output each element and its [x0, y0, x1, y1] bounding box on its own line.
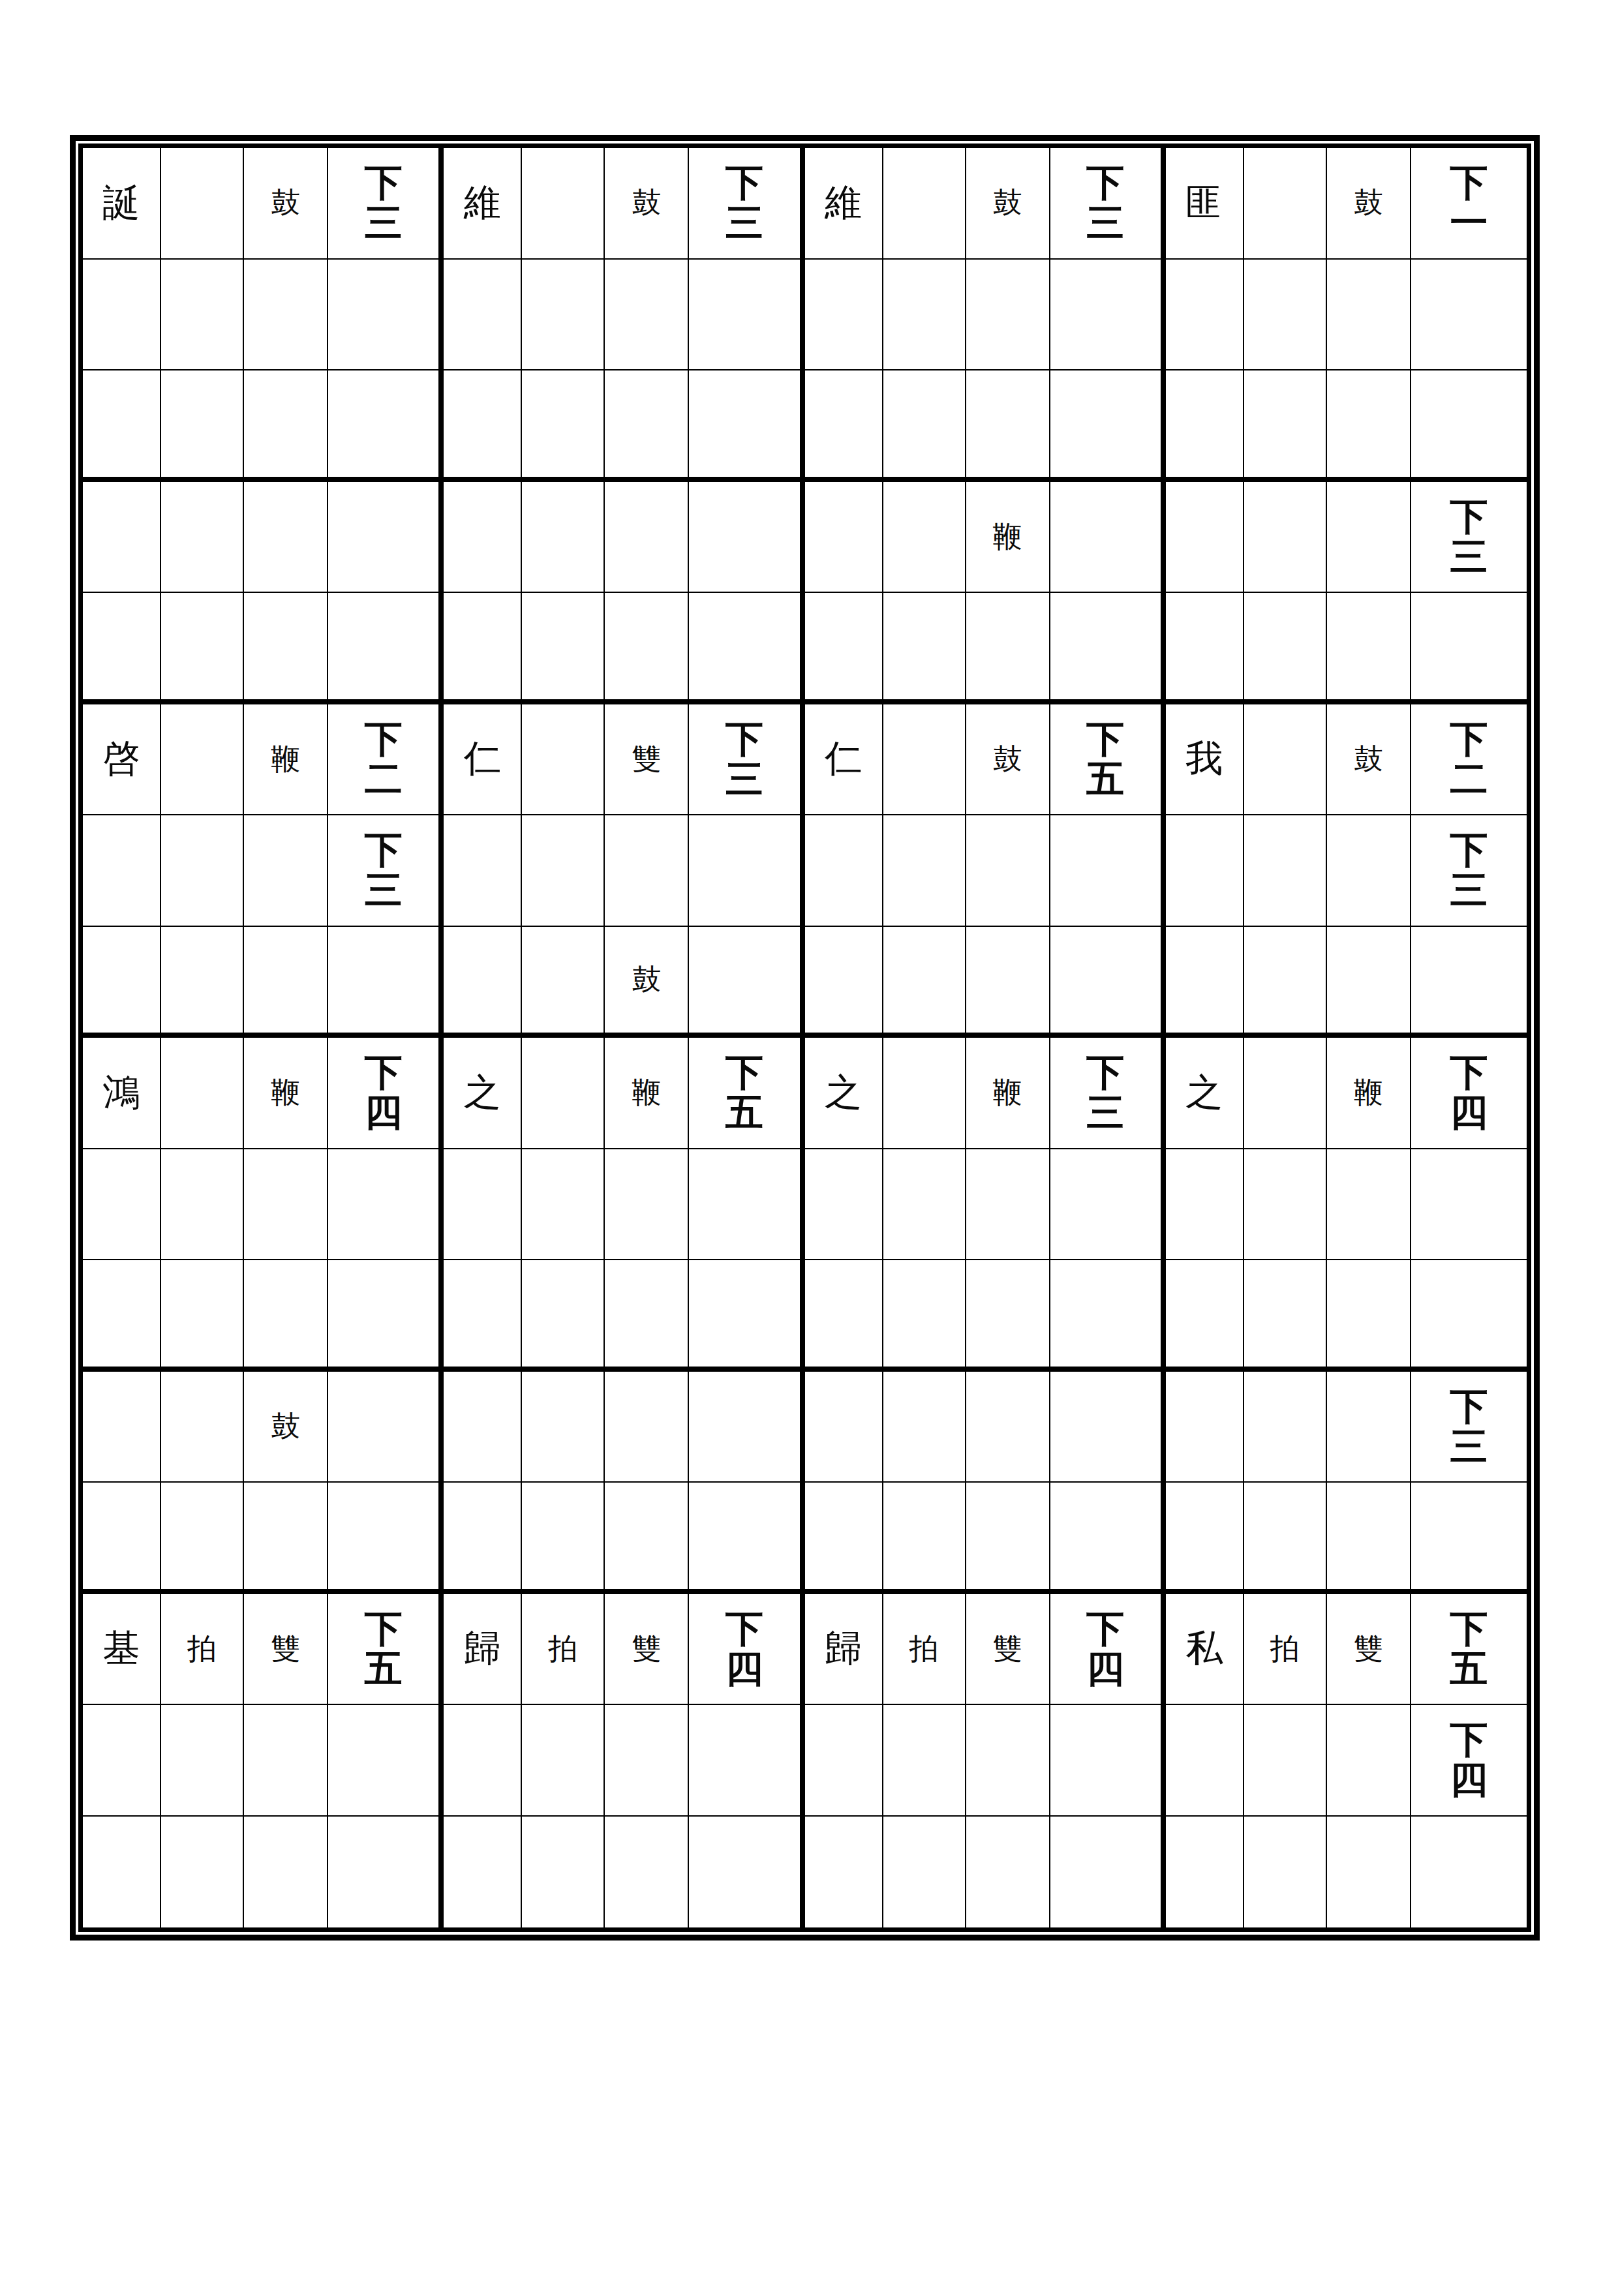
cell-r7-c5: [444, 815, 522, 927]
cell-r10-c5: [444, 1149, 522, 1261]
cell-r12-c6: [522, 1372, 605, 1483]
cell-r15-c2: [161, 1705, 244, 1817]
cell-r2-c11: [966, 260, 1050, 371]
cell-r13-c3: [244, 1483, 328, 1594]
pitch-notation: 下四: [1450, 1720, 1488, 1800]
cell-r4-c7: [605, 482, 689, 594]
cell-r6-c12: 下五: [1050, 704, 1166, 816]
cell-r14-c16: 下五: [1411, 1594, 1527, 1706]
cell-r10-c14: [1244, 1149, 1327, 1261]
cell-r15-c4: [328, 1705, 444, 1817]
cell-r7-c12: [1050, 815, 1166, 927]
cell-r2-c12: [1050, 260, 1166, 371]
cell-r9-c12: 下三: [1050, 1038, 1166, 1149]
percussion-mark-r9-c3: 鞭: [244, 1038, 328, 1149]
cell-r2-c1: [83, 260, 161, 371]
pitch-notation: 下三: [365, 830, 403, 910]
cell-r10-c4: [328, 1149, 444, 1261]
cell-r16-c6: [522, 1817, 605, 1928]
pitch-notation: 下五: [725, 1053, 763, 1132]
percussion-mark-r8-c7: 鼓: [605, 927, 689, 1038]
cell-r11-c10: [883, 1260, 966, 1372]
cell-r8-c12: [1050, 927, 1166, 1038]
cell-r3-c13: [1166, 370, 1244, 482]
cell-r11-c4: [328, 1260, 444, 1372]
cell-r16-c2: [161, 1817, 244, 1928]
cell-r3-c5: [444, 370, 522, 482]
pitch-notation: 下三: [725, 163, 763, 243]
cell-r13-c4: [328, 1483, 444, 1594]
cell-r7-c13: [1166, 815, 1244, 927]
cell-r13-c5: [444, 1483, 522, 1594]
cell-r12-c16: 下三: [1411, 1372, 1527, 1483]
cell-r3-c2: [161, 370, 244, 482]
cell-r5-c10: [883, 593, 966, 704]
cell-r10-c1: [83, 1149, 161, 1261]
cell-r10-c7: [605, 1149, 689, 1261]
cell-r8-c9: [805, 927, 883, 1038]
cell-r8-c11: [966, 927, 1050, 1038]
cell-r15-c10: [883, 1705, 966, 1817]
pitch-notation: 下四: [1450, 1053, 1488, 1132]
cell-r7-c2: [161, 815, 244, 927]
lyric-char-r9-c1: 鴻: [83, 1038, 161, 1149]
cell-r3-c15: [1327, 370, 1411, 482]
pitch-notation: 下三: [1450, 830, 1488, 910]
cell-r3-c8: [689, 370, 804, 482]
cell-r11-c1: [83, 1260, 161, 1372]
lyric-char-r6-c13: 我: [1166, 704, 1244, 816]
cell-r8-c15: [1327, 927, 1411, 1038]
cell-r6-c6: [522, 704, 605, 816]
pitch-notation: 下四: [365, 1053, 403, 1132]
cell-r1-c4: 下三: [328, 148, 444, 260]
cell-r5-c8: [689, 593, 804, 704]
percussion-mark-r6-c3: 鞭: [244, 704, 328, 816]
cell-r1-c8: 下三: [689, 148, 804, 260]
lyric-char-r14-c5: 歸: [444, 1594, 522, 1706]
percussion-mark-r14-c2: 拍: [161, 1594, 244, 1706]
cell-r13-c7: [605, 1483, 689, 1594]
pitch-notation: 下三: [1450, 1387, 1488, 1466]
cell-r4-c12: [1050, 482, 1166, 594]
cell-r12-c2: [161, 1372, 244, 1483]
cell-r13-c9: [805, 1483, 883, 1594]
percussion-mark-r1-c3: 鼓: [244, 148, 328, 260]
cell-r4-c8: [689, 482, 804, 594]
cell-r13-c6: [522, 1483, 605, 1594]
cell-r8-c8: [689, 927, 804, 1038]
cell-r11-c14: [1244, 1260, 1327, 1372]
cell-r12-c7: [605, 1372, 689, 1483]
cell-r11-c13: [1166, 1260, 1244, 1372]
cell-r4-c1: [83, 482, 161, 594]
cell-r16-c3: [244, 1817, 328, 1928]
cell-r2-c8: [689, 260, 804, 371]
cell-r7-c9: [805, 815, 883, 927]
cell-r15-c7: [605, 1705, 689, 1817]
score-table-inner-border: 誕鼓下三維鼓下三維鼓下三匪鼓下一鞭下三啓鞭下二仁雙下三仁鼓下五我鼓下二下三下三鼓…: [78, 143, 1531, 1932]
cell-r5-c4: [328, 593, 444, 704]
cell-r2-c14: [1244, 260, 1327, 371]
cell-r13-c16: [1411, 1483, 1527, 1594]
cell-r9-c10: [883, 1038, 966, 1149]
cell-r4-c5: [444, 482, 522, 594]
cell-r4-c6: [522, 482, 605, 594]
cell-r11-c8: [689, 1260, 804, 1372]
pitch-notation: 下三: [365, 163, 403, 243]
cell-r16-c14: [1244, 1817, 1327, 1928]
cell-r8-c3: [244, 927, 328, 1038]
pitch-notation: 下三: [725, 719, 763, 799]
cell-r6-c14: [1244, 704, 1327, 816]
cell-r1-c12: 下三: [1050, 148, 1166, 260]
cell-r2-c10: [883, 260, 966, 371]
cell-r6-c2: [161, 704, 244, 816]
cell-r8-c6: [522, 927, 605, 1038]
pitch-notation: 下三: [1086, 163, 1124, 243]
cell-r10-c12: [1050, 1149, 1166, 1261]
cell-r11-c5: [444, 1260, 522, 1372]
cell-r11-c11: [966, 1260, 1050, 1372]
percussion-mark-r14-c7: 雙: [605, 1594, 689, 1706]
cell-r4-c14: [1244, 482, 1327, 594]
percussion-mark-r9-c15: 鞭: [1327, 1038, 1411, 1149]
cell-r8-c16: [1411, 927, 1527, 1038]
cell-r8-c1: [83, 927, 161, 1038]
cell-r3-c9: [805, 370, 883, 482]
cell-r16-c7: [605, 1817, 689, 1928]
cell-r9-c6: [522, 1038, 605, 1149]
cell-r15-c8: [689, 1705, 804, 1817]
cell-r2-c13: [1166, 260, 1244, 371]
cell-r5-c7: [605, 593, 689, 704]
percussion-mark-r14-c11: 雙: [966, 1594, 1050, 1706]
cell-r16-c15: [1327, 1817, 1411, 1928]
cell-r11-c7: [605, 1260, 689, 1372]
cell-r7-c1: [83, 815, 161, 927]
cell-r15-c14: [1244, 1705, 1327, 1817]
cell-r5-c15: [1327, 593, 1411, 704]
pitch-notation: 下四: [725, 1609, 763, 1689]
cell-r10-c15: [1327, 1149, 1411, 1261]
cell-r12-c15: [1327, 1372, 1411, 1483]
cell-r4-c2: [161, 482, 244, 594]
cell-r10-c2: [161, 1149, 244, 1261]
cell-r16-c10: [883, 1817, 966, 1928]
cell-r5-c3: [244, 593, 328, 704]
cell-r10-c13: [1166, 1149, 1244, 1261]
cell-r2-c16: [1411, 260, 1527, 371]
lyric-char-r1-c5: 維: [444, 148, 522, 260]
cell-r2-c15: [1327, 260, 1411, 371]
pitch-notation: 下五: [1450, 1609, 1488, 1689]
cell-r3-c6: [522, 370, 605, 482]
percussion-mark-r14-c6: 拍: [522, 1594, 605, 1706]
cell-r3-c10: [883, 370, 966, 482]
lyric-char-r14-c13: 私: [1166, 1594, 1244, 1706]
pitch-notation: 下四: [1086, 1609, 1124, 1689]
cell-r1-c6: [522, 148, 605, 260]
cell-r15-c12: [1050, 1705, 1166, 1817]
cell-r7-c8: [689, 815, 804, 927]
cell-r16-c8: [689, 1817, 804, 1928]
cell-r8-c13: [1166, 927, 1244, 1038]
cell-r16-c11: [966, 1817, 1050, 1928]
lyric-char-r6-c9: 仁: [805, 704, 883, 816]
percussion-mark-r4-c11: 鞭: [966, 482, 1050, 594]
cell-r14-c4: 下五: [328, 1594, 444, 1706]
cell-r3-c12: [1050, 370, 1166, 482]
cell-r4-c10: [883, 482, 966, 594]
cell-r12-c5: [444, 1372, 522, 1483]
cell-r7-c4: 下三: [328, 815, 444, 927]
percussion-mark-r1-c11: 鼓: [966, 148, 1050, 260]
percussion-mark-r6-c7: 雙: [605, 704, 689, 816]
cell-r2-c2: [161, 260, 244, 371]
percussion-mark-r14-c14: 拍: [1244, 1594, 1327, 1706]
cell-r16-c16: [1411, 1817, 1527, 1928]
pitch-notation: 下三: [1450, 497, 1488, 577]
cell-r7-c15: [1327, 815, 1411, 927]
cell-r15-c16: 下四: [1411, 1705, 1527, 1817]
cell-r8-c5: [444, 927, 522, 1038]
score-table-outer-border: 誕鼓下三維鼓下三維鼓下三匪鼓下一鞭下三啓鞭下二仁雙下三仁鼓下五我鼓下二下三下三鼓…: [70, 135, 1540, 1941]
cell-r3-c16: [1411, 370, 1527, 482]
cell-r9-c16: 下四: [1411, 1038, 1527, 1149]
lyric-char-r1-c13: 匪: [1166, 148, 1244, 260]
cell-r4-c9: [805, 482, 883, 594]
cell-r12-c9: [805, 1372, 883, 1483]
cell-r10-c8: [689, 1149, 804, 1261]
cell-r4-c15: [1327, 482, 1411, 594]
cell-r3-c7: [605, 370, 689, 482]
pitch-notation: 下五: [365, 1609, 403, 1689]
cell-r10-c10: [883, 1149, 966, 1261]
lyric-char-r9-c9: 之: [805, 1038, 883, 1149]
cell-r16-c13: [1166, 1817, 1244, 1928]
cell-r13-c15: [1327, 1483, 1411, 1594]
cell-r16-c9: [805, 1817, 883, 1928]
cell-r15-c11: [966, 1705, 1050, 1817]
cell-r1-c10: [883, 148, 966, 260]
cell-r15-c15: [1327, 1705, 1411, 1817]
cell-r6-c8: 下三: [689, 704, 804, 816]
cell-r2-c9: [805, 260, 883, 371]
cell-r7-c3: [244, 815, 328, 927]
cell-r4-c16: 下三: [1411, 482, 1527, 594]
cell-r5-c6: [522, 593, 605, 704]
cell-r9-c14: [1244, 1038, 1327, 1149]
cell-r15-c1: [83, 1705, 161, 1817]
cell-r5-c2: [161, 593, 244, 704]
cell-r6-c16: 下二: [1411, 704, 1527, 816]
pitch-notation: 下二: [1450, 719, 1488, 799]
cell-r14-c12: 下四: [1050, 1594, 1166, 1706]
cell-r5-c12: [1050, 593, 1166, 704]
percussion-mark-r14-c10: 拍: [883, 1594, 966, 1706]
cell-r11-c15: [1327, 1260, 1411, 1372]
cell-r10-c11: [966, 1149, 1050, 1261]
cell-r7-c11: [966, 815, 1050, 927]
cell-r12-c8: [689, 1372, 804, 1483]
percussion-mark-r14-c15: 雙: [1327, 1594, 1411, 1706]
cell-r7-c7: [605, 815, 689, 927]
cell-r16-c5: [444, 1817, 522, 1928]
cell-r6-c4: 下二: [328, 704, 444, 816]
pitch-notation: 下二: [365, 719, 403, 799]
cell-r5-c14: [1244, 593, 1327, 704]
cell-r1-c2: [161, 148, 244, 260]
cell-r1-c14: [1244, 148, 1327, 260]
cell-r11-c3: [244, 1260, 328, 1372]
pitch-notation: 下五: [1086, 719, 1124, 799]
cell-r13-c2: [161, 1483, 244, 1594]
cell-r2-c4: [328, 260, 444, 371]
cell-r7-c6: [522, 815, 605, 927]
cell-r16-c12: [1050, 1817, 1166, 1928]
cell-r12-c1: [83, 1372, 161, 1483]
cell-r5-c16: [1411, 593, 1527, 704]
cell-r12-c13: [1166, 1372, 1244, 1483]
cell-r12-c14: [1244, 1372, 1327, 1483]
lyric-char-r14-c9: 歸: [805, 1594, 883, 1706]
cell-r12-c10: [883, 1372, 966, 1483]
cell-r11-c12: [1050, 1260, 1166, 1372]
cell-r11-c16: [1411, 1260, 1527, 1372]
cell-r7-c10: [883, 815, 966, 927]
cell-r13-c1: [83, 1483, 161, 1594]
percussion-mark-r9-c11: 鞭: [966, 1038, 1050, 1149]
cell-r15-c3: [244, 1705, 328, 1817]
lyric-char-r1-c9: 維: [805, 148, 883, 260]
cell-r15-c9: [805, 1705, 883, 1817]
cell-r16-c4: [328, 1817, 444, 1928]
cell-r9-c2: [161, 1038, 244, 1149]
cell-r3-c11: [966, 370, 1050, 482]
cell-r5-c5: [444, 593, 522, 704]
cell-r3-c1: [83, 370, 161, 482]
cell-r3-c4: [328, 370, 444, 482]
cell-r13-c10: [883, 1483, 966, 1594]
score-grid: 誕鼓下三維鼓下三維鼓下三匪鼓下一鞭下三啓鞭下二仁雙下三仁鼓下五我鼓下二下三下三鼓…: [83, 148, 1527, 1927]
cell-r2-c3: [244, 260, 328, 371]
percussion-mark-r9-c7: 鞭: [605, 1038, 689, 1149]
cell-r9-c8: 下五: [689, 1038, 804, 1149]
percussion-mark-r6-c15: 鼓: [1327, 704, 1411, 816]
cell-r11-c2: [161, 1260, 244, 1372]
cell-r13-c14: [1244, 1483, 1327, 1594]
cell-r11-c6: [522, 1260, 605, 1372]
cell-r7-c16: 下三: [1411, 815, 1527, 927]
lyric-char-r6-c5: 仁: [444, 704, 522, 816]
cell-r8-c4: [328, 927, 444, 1038]
percussion-mark-r6-c11: 鼓: [966, 704, 1050, 816]
cell-r6-c10: [883, 704, 966, 816]
percussion-mark-r12-c3: 鼓: [244, 1372, 328, 1483]
cell-r16-c1: [83, 1817, 161, 1928]
cell-r13-c11: [966, 1483, 1050, 1594]
cell-r8-c10: [883, 927, 966, 1038]
cell-r3-c3: [244, 370, 328, 482]
cell-r12-c11: [966, 1372, 1050, 1483]
cell-r5-c9: [805, 593, 883, 704]
cell-r2-c5: [444, 260, 522, 371]
cell-r7-c14: [1244, 815, 1327, 927]
cell-r3-c14: [1244, 370, 1327, 482]
cell-r15-c5: [444, 1705, 522, 1817]
cell-r10-c16: [1411, 1149, 1527, 1261]
percussion-mark-r14-c3: 雙: [244, 1594, 328, 1706]
percussion-mark-r1-c15: 鼓: [1327, 148, 1411, 260]
cell-r5-c13: [1166, 593, 1244, 704]
cell-r5-c1: [83, 593, 161, 704]
cell-r15-c6: [522, 1705, 605, 1817]
cell-r9-c4: 下四: [328, 1038, 444, 1149]
cell-r12-c4: [328, 1372, 444, 1483]
lyric-char-r9-c13: 之: [1166, 1038, 1244, 1149]
cell-r10-c6: [522, 1149, 605, 1261]
cell-r11-c9: [805, 1260, 883, 1372]
lyric-char-r9-c5: 之: [444, 1038, 522, 1149]
percussion-mark-r1-c7: 鼓: [605, 148, 689, 260]
cell-r4-c3: [244, 482, 328, 594]
cell-r10-c3: [244, 1149, 328, 1261]
lyric-char-r1-c1: 誕: [83, 148, 161, 260]
cell-r8-c14: [1244, 927, 1327, 1038]
cell-r15-c13: [1166, 1705, 1244, 1817]
lyric-char-r6-c1: 啓: [83, 704, 161, 816]
pitch-notation: 下三: [1086, 1053, 1124, 1132]
cell-r4-c4: [328, 482, 444, 594]
cell-r2-c7: [605, 260, 689, 371]
cell-r13-c8: [689, 1483, 804, 1594]
cell-r5-c11: [966, 593, 1050, 704]
cell-r10-c9: [805, 1149, 883, 1261]
pitch-notation: 下一: [1450, 163, 1488, 243]
lyric-char-r14-c1: 基: [83, 1594, 161, 1706]
cell-r13-c12: [1050, 1483, 1166, 1594]
cell-r13-c13: [1166, 1483, 1244, 1594]
cell-r12-c12: [1050, 1372, 1166, 1483]
cell-r1-c16: 下一: [1411, 148, 1527, 260]
cell-r8-c2: [161, 927, 244, 1038]
cell-r14-c8: 下四: [689, 1594, 804, 1706]
cell-r4-c13: [1166, 482, 1244, 594]
cell-r2-c6: [522, 260, 605, 371]
